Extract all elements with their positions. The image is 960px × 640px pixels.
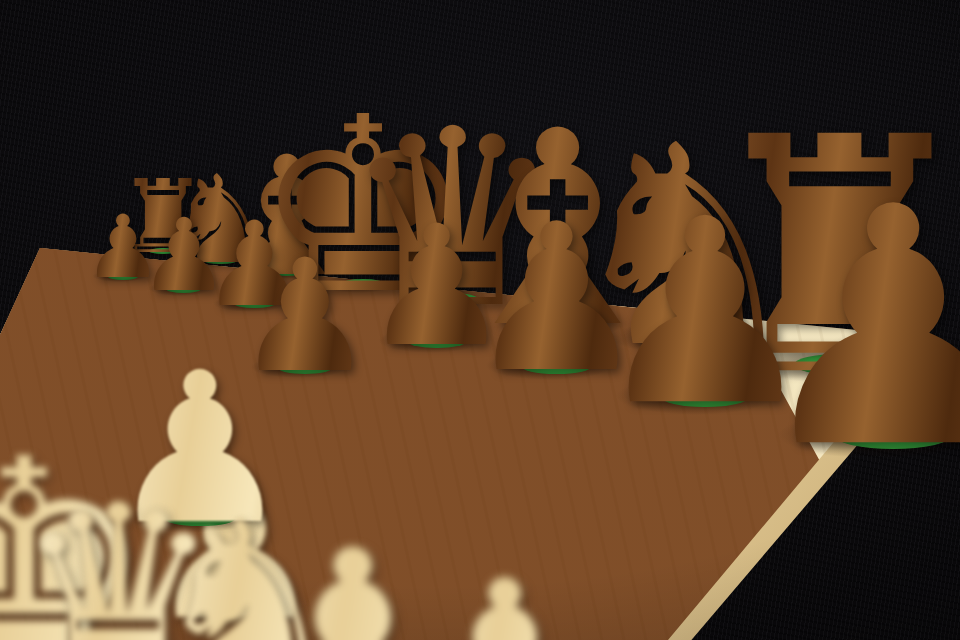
chess-set-photo: ♜♞♝♚♛♝♞♜♟♟♟♟♟♟♟♟♟♟♞♛♚♟♟: [0, 0, 960, 640]
white-pawn-b2: ♟: [400, 553, 610, 640]
square-a5: [879, 569, 960, 640]
black-pawn-a7: ♟: [729, 164, 960, 493]
